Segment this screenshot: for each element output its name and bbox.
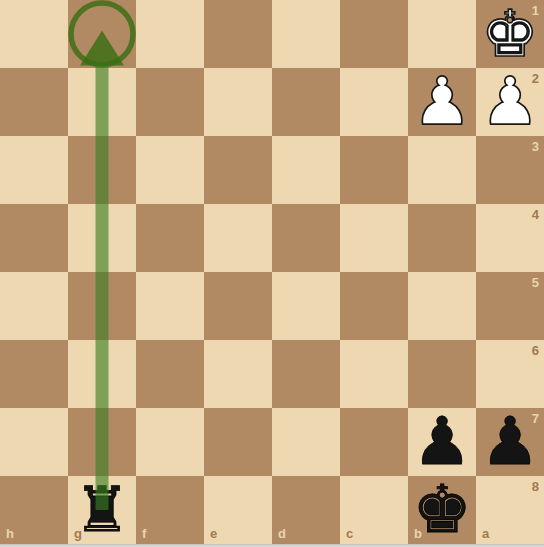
file-label-f: f xyxy=(142,527,146,540)
square-g2[interactable] xyxy=(68,68,136,136)
square-f1[interactable] xyxy=(136,0,204,68)
white-pawn[interactable]: ♟ xyxy=(480,69,539,135)
square-c6[interactable] xyxy=(340,340,408,408)
square-f6[interactable] xyxy=(136,340,204,408)
file-label-c: c xyxy=(346,527,353,540)
square-h4[interactable] xyxy=(0,204,68,272)
file-label-a: a xyxy=(482,527,489,540)
square-a6[interactable]: 6 xyxy=(476,340,544,408)
square-b7[interactable]: ♟ xyxy=(408,408,476,476)
rank-label-8: 8 xyxy=(532,480,539,493)
square-c5[interactable] xyxy=(340,272,408,340)
square-a4[interactable]: 4 xyxy=(476,204,544,272)
square-e2[interactable] xyxy=(204,68,272,136)
square-d6[interactable] xyxy=(272,340,340,408)
square-d3[interactable] xyxy=(272,136,340,204)
white-pawn[interactable]: ♟ xyxy=(412,69,471,135)
square-g7[interactable] xyxy=(68,408,136,476)
square-d2[interactable] xyxy=(272,68,340,136)
square-c3[interactable] xyxy=(340,136,408,204)
white-king[interactable]: ♚ xyxy=(481,2,538,66)
square-d1[interactable] xyxy=(272,0,340,68)
black-king[interactable]: ♚ xyxy=(412,477,471,543)
square-b3[interactable] xyxy=(408,136,476,204)
chess-puzzle-page: 1♚♟2♟3456♟7♟hg♜fedcb♚8a xyxy=(0,0,544,547)
square-a8[interactable]: 8a xyxy=(476,476,544,544)
square-h1[interactable] xyxy=(0,0,68,68)
square-c2[interactable] xyxy=(340,68,408,136)
square-b2[interactable]: ♟ xyxy=(408,68,476,136)
square-g6[interactable] xyxy=(68,340,136,408)
square-d5[interactable] xyxy=(272,272,340,340)
square-f3[interactable] xyxy=(136,136,204,204)
square-h5[interactable] xyxy=(0,272,68,340)
square-f5[interactable] xyxy=(136,272,204,340)
square-e7[interactable] xyxy=(204,408,272,476)
square-d8[interactable]: d xyxy=(272,476,340,544)
square-h6[interactable] xyxy=(0,340,68,408)
square-d7[interactable] xyxy=(272,408,340,476)
square-a2[interactable]: 2♟ xyxy=(476,68,544,136)
rank-label-6: 6 xyxy=(532,344,539,357)
file-label-e: e xyxy=(210,527,217,540)
square-f4[interactable] xyxy=(136,204,204,272)
square-e6[interactable] xyxy=(204,340,272,408)
square-b4[interactable] xyxy=(408,204,476,272)
black-pawn[interactable]: ♟ xyxy=(412,409,471,475)
square-g3[interactable] xyxy=(68,136,136,204)
rank-label-3: 3 xyxy=(532,140,539,153)
square-g8[interactable]: g♜ xyxy=(68,476,136,544)
square-f8[interactable]: f xyxy=(136,476,204,544)
square-b8[interactable]: b♚ xyxy=(408,476,476,544)
square-g1[interactable] xyxy=(68,0,136,68)
square-b1[interactable] xyxy=(408,0,476,68)
square-b6[interactable] xyxy=(408,340,476,408)
square-a7[interactable]: 7♟ xyxy=(476,408,544,476)
square-c1[interactable] xyxy=(340,0,408,68)
square-a3[interactable]: 3 xyxy=(476,136,544,204)
square-h7[interactable] xyxy=(0,408,68,476)
square-c4[interactable] xyxy=(340,204,408,272)
square-d4[interactable] xyxy=(272,204,340,272)
square-f7[interactable] xyxy=(136,408,204,476)
square-h2[interactable] xyxy=(0,68,68,136)
square-h3[interactable] xyxy=(0,136,68,204)
square-b5[interactable] xyxy=(408,272,476,340)
square-f2[interactable] xyxy=(136,68,204,136)
square-c8[interactable]: c xyxy=(340,476,408,544)
square-g4[interactable] xyxy=(68,204,136,272)
square-h8[interactable]: h xyxy=(0,476,68,544)
square-a1[interactable]: 1♚ xyxy=(476,0,544,68)
square-g5[interactable] xyxy=(68,272,136,340)
black-pawn[interactable]: ♟ xyxy=(480,409,539,475)
chess-board: 1♚♟2♟3456♟7♟hg♜fedcb♚8a xyxy=(0,0,544,544)
square-e4[interactable] xyxy=(204,204,272,272)
square-a5[interactable]: 5 xyxy=(476,272,544,340)
square-e5[interactable] xyxy=(204,272,272,340)
square-e8[interactable]: e xyxy=(204,476,272,544)
rank-label-5: 5 xyxy=(532,276,539,289)
rank-label-4: 4 xyxy=(532,208,539,221)
file-label-d: d xyxy=(278,527,286,540)
file-label-h: h xyxy=(6,527,14,540)
square-c7[interactable] xyxy=(340,408,408,476)
black-rook[interactable]: ♜ xyxy=(74,479,130,541)
square-e1[interactable] xyxy=(204,0,272,68)
square-e3[interactable] xyxy=(204,136,272,204)
